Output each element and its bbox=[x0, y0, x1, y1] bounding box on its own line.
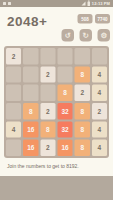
tile-8: 8 bbox=[75, 103, 90, 119]
tile-2: 2 bbox=[92, 103, 107, 119]
tile-8: 8 bbox=[75, 66, 90, 82]
tile-4: 4 bbox=[92, 140, 107, 156]
toolbar: ↺ ↻ ⚙ bbox=[62, 29, 111, 42]
tile-2: 2 bbox=[40, 140, 55, 156]
empty-cell bbox=[23, 85, 38, 101]
ad-banner-area bbox=[0, 176, 113, 200]
battery-icon bbox=[87, 1, 90, 6]
notification-icon bbox=[8, 2, 11, 5]
empty-cell bbox=[58, 66, 73, 82]
empty-cell bbox=[6, 103, 21, 119]
empty-cell bbox=[58, 48, 73, 64]
empty-cell bbox=[40, 48, 55, 64]
empty-cell bbox=[6, 85, 21, 101]
gear-icon: ⚙ bbox=[100, 31, 107, 40]
status-time: 12:13 PM bbox=[92, 1, 110, 6]
notification-icon bbox=[3, 2, 6, 5]
empty-cell bbox=[23, 66, 38, 82]
app-title: 2048+ bbox=[7, 14, 47, 30]
tile-16: 16 bbox=[23, 121, 38, 137]
status-left bbox=[3, 2, 11, 5]
status-bar: 12:13 PM bbox=[0, 0, 113, 7]
tile-8: 8 bbox=[75, 121, 90, 137]
restart-button[interactable]: ↻ bbox=[80, 29, 93, 42]
hint-text: Join the numbers to get to 8192. bbox=[7, 164, 79, 170]
signal-icon bbox=[81, 2, 85, 6]
undo-button[interactable]: ↺ bbox=[62, 29, 75, 42]
tile-4: 4 bbox=[6, 121, 21, 137]
status-right: 12:13 PM bbox=[81, 1, 110, 6]
tile-8: 8 bbox=[75, 140, 90, 156]
tile-32: 32 bbox=[58, 121, 73, 137]
empty-cell bbox=[23, 48, 38, 64]
board[interactable]: 2284824823282416832841621684 bbox=[4, 46, 109, 158]
settings-button[interactable]: ⚙ bbox=[98, 29, 111, 42]
tile-8: 8 bbox=[58, 85, 73, 101]
empty-cell bbox=[6, 140, 21, 156]
restart-icon: ↻ bbox=[83, 31, 89, 40]
tile-8: 8 bbox=[40, 121, 55, 137]
score-panel: 508 7740 bbox=[77, 14, 110, 24]
tile-8: 8 bbox=[23, 103, 38, 119]
empty-cell bbox=[6, 66, 21, 82]
tile-2: 2 bbox=[40, 66, 55, 82]
screen: 12:13 PM 2048+ 508 7740 ↺ ↻ ⚙ 2284824823… bbox=[0, 0, 113, 200]
empty-cell bbox=[92, 48, 107, 64]
tile-2: 2 bbox=[75, 85, 90, 101]
tile-16: 16 bbox=[23, 140, 38, 156]
tile-4: 4 bbox=[92, 121, 107, 137]
empty-cell bbox=[75, 48, 90, 64]
tile-2: 2 bbox=[40, 103, 55, 119]
score-box: 508 bbox=[77, 14, 92, 24]
best-score-box: 7740 bbox=[95, 14, 110, 24]
empty-cell bbox=[40, 85, 55, 101]
undo-icon: ↺ bbox=[65, 31, 71, 40]
tile-32: 32 bbox=[58, 103, 73, 119]
tile-4: 4 bbox=[92, 66, 107, 82]
tile-16: 16 bbox=[58, 140, 73, 156]
tile-4: 4 bbox=[92, 85, 107, 101]
tile-2: 2 bbox=[6, 48, 21, 64]
